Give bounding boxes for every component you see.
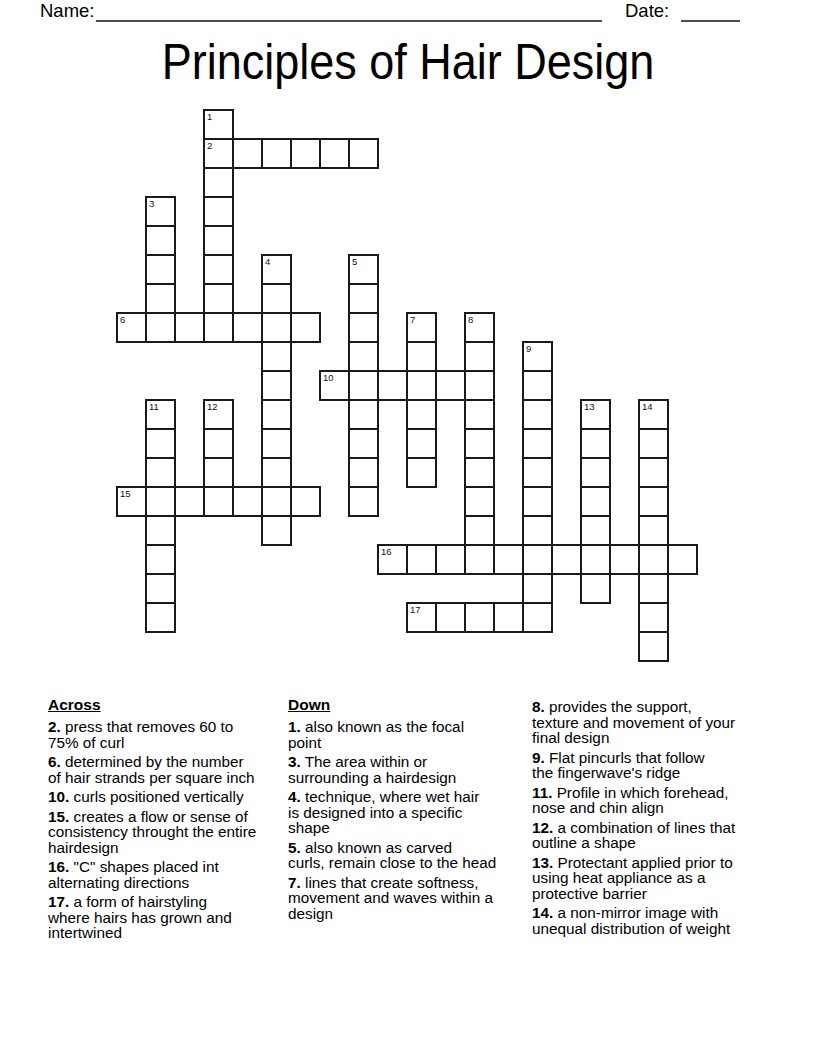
grid-cell-r10c1[interactable]: 11 [145, 399, 176, 430]
grid-cell-r7c8[interactable] [348, 312, 379, 343]
grid-cell-r16c14[interactable] [522, 573, 553, 604]
grid-cell-r7c6[interactable] [290, 312, 321, 343]
cell-number-14: 14 [642, 402, 653, 412]
cell-number-1: 1 [207, 112, 212, 122]
grid-cell-r17c12[interactable] [464, 602, 495, 633]
grid-cell-r14c5[interactable] [261, 515, 292, 546]
grid-cell-r14c16[interactable] [580, 515, 611, 546]
clue-2: 2. press that removes 60 to 75% of curl [48, 719, 298, 750]
across-heading: Across [48, 697, 298, 713]
cell-number-12: 12 [207, 402, 218, 412]
crossword-worksheet-page: Name: Date: Principles of Hair Design 12… [0, 0, 816, 1056]
grid-cell-r12c18[interactable] [638, 457, 669, 488]
grid-cell-r13c0[interactable]: 15 [116, 486, 147, 517]
clue-10: 10. curls positioned vertically [48, 789, 298, 805]
clue-number-label: 12. [532, 819, 553, 836]
grid-cell-r11c5[interactable] [261, 428, 292, 459]
clue-number-label: 5. [288, 839, 301, 856]
grid-cell-r13c8[interactable] [348, 486, 379, 517]
grid-cell-r12c14[interactable] [522, 457, 553, 488]
grid-cell-r14c14[interactable] [522, 515, 553, 546]
grid-cell-r7c5[interactable] [261, 312, 292, 343]
grid-cell-r15c13[interactable] [493, 544, 524, 575]
clue-number-label: 15. [48, 808, 69, 825]
grid-cell-r11c12[interactable] [464, 428, 495, 459]
grid-cell-r3c1[interactable]: 3 [145, 196, 176, 227]
grid-cell-r15c17[interactable] [609, 544, 640, 575]
cell-number-3: 3 [149, 199, 154, 209]
grid-cell-r9c9[interactable] [377, 370, 408, 401]
grid-cell-r9c12[interactable] [464, 370, 495, 401]
down-clue-column: Down 1. also known as the focal point3. … [288, 697, 538, 925]
puzzle-title: Principles of Hair Design [41, 36, 775, 88]
grid-cell-r15c9[interactable]: 16 [377, 544, 408, 575]
grid-cell-r12c10[interactable] [406, 457, 437, 488]
grid-cell-r8c12[interactable] [464, 341, 495, 372]
grid-cell-r7c3[interactable] [203, 312, 234, 343]
grid-cell-r11c10[interactable] [406, 428, 437, 459]
grid-cell-r8c8[interactable] [348, 341, 379, 372]
grid-cell-r5c5[interactable]: 4 [261, 254, 292, 285]
grid-cell-r14c12[interactable] [464, 515, 495, 546]
name-label: Name: [40, 1, 95, 21]
clue-number-label: 6. [48, 753, 61, 770]
grid-cell-r14c18[interactable] [638, 515, 669, 546]
clue-13: 13. Protectant applied prior to using he… [532, 855, 772, 902]
grid-cell-r7c0[interactable]: 6 [116, 312, 147, 343]
grid-cell-r7c2[interactable] [174, 312, 205, 343]
clue-number-label: 7. [288, 874, 301, 891]
grid-cell-r13c3[interactable] [203, 486, 234, 517]
grid-cell-r11c16[interactable] [580, 428, 611, 459]
cell-number-5: 5 [352, 257, 357, 267]
grid-cell-r13c1[interactable] [145, 486, 176, 517]
down-heading: Down [288, 697, 538, 713]
grid-cell-r13c4[interactable] [232, 486, 263, 517]
grid-cell-r9c7[interactable]: 10 [319, 370, 350, 401]
clue-3: 3. The area within or surrounding a hair… [288, 754, 538, 785]
grid-cell-r9c11[interactable] [435, 370, 466, 401]
down-clue-column-continued: 8. provides the support, texture and mov… [532, 699, 772, 940]
grid-cell-r1c6[interactable] [290, 138, 321, 169]
cell-number-13: 13 [584, 402, 595, 412]
clue-number-label: 9. [532, 749, 545, 766]
cell-number-6: 6 [120, 315, 125, 325]
grid-cell-r15c19[interactable] [667, 544, 698, 575]
clue-7: 7. lines that create softness, movement … [288, 875, 538, 922]
grid-cell-r13c18[interactable] [638, 486, 669, 517]
clue-15: 15. creates a flow or sense of consisten… [48, 809, 298, 856]
clue-number-label: 10. [48, 788, 69, 805]
grid-cell-r15c1[interactable] [145, 544, 176, 575]
grid-cell-r9c8[interactable] [348, 370, 379, 401]
cell-number-11: 11 [149, 402, 159, 412]
grid-cell-r16c1[interactable] [145, 573, 176, 604]
grid-cell-r17c14[interactable] [522, 602, 553, 633]
grid-cell-r16c16[interactable] [580, 573, 611, 604]
grid-cell-r15c12[interactable] [464, 544, 495, 575]
grid-cell-r6c5[interactable] [261, 283, 292, 314]
grid-cell-r15c18[interactable] [638, 544, 669, 575]
grid-cell-r9c10[interactable] [406, 370, 437, 401]
grid-cell-r14c1[interactable] [145, 515, 176, 546]
grid-cell-r8c5[interactable] [261, 341, 292, 372]
grid-cell-r13c2[interactable] [174, 486, 205, 517]
grid-cell-r13c16[interactable] [580, 486, 611, 517]
clue-number-label: 8. [532, 698, 545, 715]
grid-cell-r16c18[interactable] [638, 573, 669, 604]
grid-cell-r15c16[interactable] [580, 544, 611, 575]
grid-cell-r7c10[interactable]: 7 [406, 312, 437, 343]
clue-4: 4. technique, where wet hair is designed… [288, 789, 538, 836]
clue-number-label: 1. [288, 718, 301, 735]
cell-number-4: 4 [265, 257, 270, 267]
grid-cell-r7c12[interactable]: 8 [464, 312, 495, 343]
grid-cell-r17c13[interactable] [493, 602, 524, 633]
date-fill-line[interactable] [681, 0, 740, 22]
grid-cell-r1c8[interactable] [348, 138, 379, 169]
cell-number-7: 7 [410, 315, 415, 325]
grid-cell-r15c10[interactable] [406, 544, 437, 575]
clue-1: 1. also known as the focal point [288, 719, 538, 750]
grid-cell-r6c1[interactable] [145, 283, 176, 314]
across-clue-list: 2. press that removes 60 to 75% of curl6… [48, 719, 298, 941]
clue-6: 6. determined by the number of hair stra… [48, 754, 298, 785]
clue-number-label: 13. [532, 854, 553, 871]
cell-number-17: 17 [410, 605, 421, 615]
grid-cell-r18c18[interactable] [638, 631, 669, 662]
cell-number-15: 15 [120, 489, 131, 499]
clue-number-label: 2. [48, 718, 61, 735]
grid-cell-r12c5[interactable] [261, 457, 292, 488]
grid-cell-r1c3[interactable]: 2 [203, 138, 234, 169]
grid-cell-r11c8[interactable] [348, 428, 379, 459]
crossword-grid: 1234567891011121314151617 [117, 110, 697, 661]
clue-number-label: 16. [48, 858, 69, 875]
grid-cell-r17c10[interactable]: 17 [406, 602, 437, 633]
grid-cell-r17c1[interactable] [145, 602, 176, 633]
clue-9: 9. Flat pincurls that follow the fingerw… [532, 750, 772, 781]
grid-cell-r9c14[interactable] [522, 370, 553, 401]
cell-number-16: 16 [381, 547, 392, 557]
cell-number-10: 10 [323, 373, 334, 383]
grid-cell-r11c3[interactable] [203, 428, 234, 459]
grid-cell-r13c12[interactable] [464, 486, 495, 517]
grid-cell-r12c8[interactable] [348, 457, 379, 488]
grid-cell-r10c3[interactable]: 12 [203, 399, 234, 430]
clue-11: 11. Profile in which forehead, nose and … [532, 785, 772, 816]
grid-cell-r6c3[interactable] [203, 283, 234, 314]
grid-cell-r3c3[interactable] [203, 196, 234, 227]
clue-number-label: 14. [532, 904, 553, 921]
grid-cell-r10c16[interactable]: 13 [580, 399, 611, 430]
grid-cell-r11c18[interactable] [638, 428, 669, 459]
grid-cell-r10c12[interactable] [464, 399, 495, 430]
grid-cell-r6c8[interactable] [348, 283, 379, 314]
cell-number-9: 9 [526, 344, 531, 354]
grid-cell-r12c3[interactable] [203, 457, 234, 488]
grid-cell-r17c11[interactable] [435, 602, 466, 633]
grid-cell-r10c18[interactable]: 14 [638, 399, 669, 430]
clue-number-label: 17. [48, 893, 69, 910]
date-label: Date: [625, 1, 669, 21]
grid-cell-r7c4[interactable] [232, 312, 263, 343]
grid-cell-r13c5[interactable] [261, 486, 292, 517]
across-clue-column: Across 2. press that removes 60 to 75% o… [48, 697, 298, 945]
clue-5: 5. also known as carved curls, remain cl… [288, 840, 538, 871]
grid-cell-r10c14[interactable] [522, 399, 553, 430]
grid-cell-r13c14[interactable] [522, 486, 553, 517]
grid-cell-r2c3[interactable] [203, 167, 234, 198]
clue-16: 16. "C" shapes placed int alternating di… [48, 859, 298, 890]
cell-number-2: 2 [207, 141, 212, 151]
grid-cell-r8c10[interactable] [406, 341, 437, 372]
clue-number-label: 11. [532, 784, 552, 801]
grid-cell-r0c3[interactable]: 1 [203, 109, 234, 140]
clue-8: 8. provides the support, texture and mov… [532, 699, 772, 746]
grid-cell-r11c14[interactable] [522, 428, 553, 459]
clue-number-label: 3. [288, 753, 301, 770]
clue-number-label: 4. [288, 788, 301, 805]
grid-cell-r1c4[interactable] [232, 138, 263, 169]
grid-cell-r1c5[interactable] [261, 138, 292, 169]
grid-cell-r13c6[interactable] [290, 486, 321, 517]
grid-cell-r15c14[interactable] [522, 544, 553, 575]
grid-cell-r5c3[interactable] [203, 254, 234, 285]
grid-cell-r5c1[interactable] [145, 254, 176, 285]
grid-cell-r11c1[interactable] [145, 428, 176, 459]
grid-cell-r17c18[interactable] [638, 602, 669, 633]
name-fill-line[interactable] [96, 0, 602, 22]
grid-cell-r12c12[interactable] [464, 457, 495, 488]
grid-cell-r9c5[interactable] [261, 370, 292, 401]
grid-cell-r7c1[interactable] [145, 312, 176, 343]
clue-14: 14. a non-mirror image with unequal dist… [532, 905, 772, 936]
grid-cell-r15c11[interactable] [435, 544, 466, 575]
clue-12: 12. a combination of lines that outline … [532, 820, 772, 851]
down-clue-list-right: 8. provides the support, texture and mov… [532, 699, 772, 936]
grid-cell-r10c8[interactable] [348, 399, 379, 430]
grid-cell-r15c15[interactable] [551, 544, 582, 575]
grid-cell-r8c14[interactable]: 9 [522, 341, 553, 372]
grid-cell-r12c1[interactable] [145, 457, 176, 488]
grid-cell-r4c3[interactable] [203, 225, 234, 256]
grid-cell-r10c5[interactable] [261, 399, 292, 430]
grid-cell-r5c8[interactable]: 5 [348, 254, 379, 285]
grid-cell-r12c16[interactable] [580, 457, 611, 488]
grid-cell-r4c1[interactable] [145, 225, 176, 256]
clue-17: 17. a form of hairstyling where hairs ha… [48, 894, 298, 941]
grid-cell-r10c10[interactable] [406, 399, 437, 430]
cell-number-8: 8 [468, 315, 473, 325]
down-clue-list-left: 1. also known as the focal point3. The a… [288, 719, 538, 921]
grid-cell-r1c7[interactable] [319, 138, 350, 169]
